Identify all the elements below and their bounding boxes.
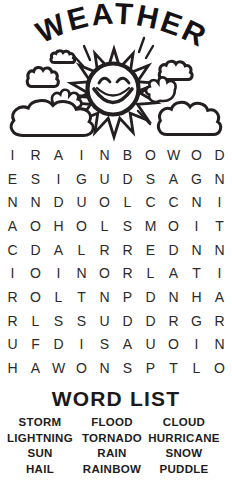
grid-cell[interactable]: N <box>93 285 116 309</box>
grid-cell[interactable]: R <box>116 238 139 262</box>
word-list-item: SNOW <box>148 446 220 462</box>
grid-cell[interactable]: R <box>1 309 24 333</box>
grid-cell[interactable]: I <box>1 262 24 286</box>
word-list-items: STORMFLOODCLOUDLIGHTNINGTORNADOHURRICANE… <box>0 411 232 477</box>
grid-cell[interactable]: O <box>24 262 47 286</box>
grid-cell[interactable]: R <box>24 143 47 167</box>
grid-cell[interactable]: O <box>70 214 93 238</box>
grid-cell[interactable]: O <box>24 285 47 309</box>
grid-cell[interactable]: D <box>116 167 139 191</box>
grid-cell[interactable]: C <box>139 190 162 214</box>
word-list-item: TORNADO <box>76 431 148 447</box>
grid-cell[interactable]: S <box>116 214 139 238</box>
grid-cell[interactable]: U <box>93 167 116 191</box>
grid-cell[interactable]: I <box>208 190 231 214</box>
grid-cell[interactable]: I <box>47 262 70 286</box>
grid-cell[interactable]: D <box>139 309 162 333</box>
grid-cell[interactable]: H <box>47 214 70 238</box>
word-list-item: HAIL <box>4 462 76 478</box>
grid-cell[interactable]: D <box>47 190 70 214</box>
grid-cell[interactable]: N <box>162 285 185 309</box>
grid-cell[interactable]: A <box>208 285 231 309</box>
word-list-item: CLOUD <box>148 415 220 431</box>
grid-cell[interactable]: A <box>162 262 185 286</box>
grid-cell[interactable]: I <box>47 167 70 191</box>
grid-cell[interactable]: E <box>139 238 162 262</box>
grid-cell[interactable]: L <box>185 356 208 380</box>
grid-cell[interactable]: T <box>208 214 231 238</box>
grid-cell[interactable]: I <box>1 143 24 167</box>
grid-cell[interactable]: U <box>70 190 93 214</box>
word-list-item: RAIN <box>76 446 148 462</box>
word-list-item: HURRICANE <box>148 431 220 447</box>
grid-cell[interactable]: O <box>139 143 162 167</box>
grid-cell[interactable]: O <box>208 356 231 380</box>
grid-cell[interactable]: I <box>208 262 231 286</box>
word-list-item: PUDDLE <box>148 462 220 478</box>
grid-cell[interactable]: O <box>93 190 116 214</box>
grid-cell[interactable]: G <box>185 309 208 333</box>
grid-cell[interactable]: I <box>185 333 208 357</box>
grid-cell[interactable]: O <box>185 143 208 167</box>
grid-cell[interactable]: H <box>185 285 208 309</box>
grid-cell[interactable]: S <box>139 167 162 191</box>
grid-cell[interactable]: C <box>1 238 24 262</box>
word-list-item: SUN <box>4 446 76 462</box>
page-title: WEATHER <box>31 0 213 53</box>
grid-cell[interactable]: L <box>139 262 162 286</box>
grid-cell[interactable]: M <box>139 214 162 238</box>
grid-cell[interactable]: P <box>116 285 139 309</box>
grid-cell[interactable]: D <box>139 285 162 309</box>
grid-cell[interactable]: S <box>24 167 47 191</box>
grid-cell[interactable]: O <box>70 356 93 380</box>
grid-cell[interactable]: D <box>208 143 231 167</box>
grid-cell[interactable]: L <box>70 238 93 262</box>
grid-cell[interactable]: L <box>116 190 139 214</box>
grid-cell[interactable]: B <box>116 143 139 167</box>
grid-cell[interactable]: N <box>185 238 208 262</box>
grid-cell[interactable]: N <box>70 262 93 286</box>
grid-cell[interactable]: A <box>24 356 47 380</box>
grid-cell[interactable]: R <box>162 309 185 333</box>
grid-cell[interactable]: S <box>47 309 70 333</box>
word-list-heading: WORD LIST <box>0 387 232 411</box>
grid-cell[interactable]: D <box>24 238 47 262</box>
word-list-item: RAINBOW <box>76 462 148 478</box>
grid-cell[interactable]: R <box>116 262 139 286</box>
grid-cell[interactable]: U <box>1 333 24 357</box>
grid-cell[interactable]: L <box>47 285 70 309</box>
word-list-section: WORD LIST STORMFLOODCLOUDLIGHTNINGTORNAD… <box>0 387 232 477</box>
grid-cell[interactable]: P <box>139 356 162 380</box>
grid-cell[interactable]: G <box>70 167 93 191</box>
grid-cell[interactable]: O <box>162 214 185 238</box>
grid-cell[interactable]: H <box>1 356 24 380</box>
grid-cell[interactable]: D <box>47 333 70 357</box>
grid-cell[interactable]: W <box>47 356 70 380</box>
grid-cell[interactable]: N <box>93 356 116 380</box>
grid-cell[interactable]: S <box>70 309 93 333</box>
grid-cell[interactable]: C <box>162 190 185 214</box>
grid-cell[interactable]: A <box>47 143 70 167</box>
grid-cell[interactable]: N <box>208 167 231 191</box>
grid-cell[interactable]: R <box>93 238 116 262</box>
grid-cell[interactable]: N <box>93 143 116 167</box>
grid-cell[interactable]: T <box>185 262 208 286</box>
grid-cell[interactable]: I <box>70 143 93 167</box>
grid-cell[interactable]: A <box>47 238 70 262</box>
grid-cell[interactable]: A <box>162 167 185 191</box>
grid-cell[interactable]: W <box>162 143 185 167</box>
word-list-item: LIGHTNING <box>4 431 76 447</box>
grid-cell[interactable]: I <box>185 214 208 238</box>
grid-cell[interactable]: F <box>24 333 47 357</box>
grid-cell[interactable]: G <box>185 167 208 191</box>
grid-cell[interactable]: T <box>70 285 93 309</box>
grid-cell[interactable]: I <box>70 333 93 357</box>
grid-cell[interactable]: N <box>185 190 208 214</box>
grid-cell[interactable]: E <box>1 167 24 191</box>
word-search-grid[interactable]: IRAINBOWODESIGUDSAGNNNDUOLCCNIAOHOLSMOIT… <box>1 143 231 380</box>
header-illustration: WEATHER <box>0 0 232 150</box>
grid-cell[interactable]: O <box>93 262 116 286</box>
grid-cell[interactable]: S <box>116 356 139 380</box>
grid-cell[interactable]: U <box>139 333 162 357</box>
grid-cell[interactable]: A <box>1 214 24 238</box>
word-list-item: STORM <box>4 415 76 431</box>
grid-cell[interactable]: R <box>1 285 24 309</box>
word-search-page: WEATHER <box>0 0 232 480</box>
grid-cell[interactable]: U <box>93 309 116 333</box>
grid-cell[interactable]: S <box>93 333 116 357</box>
grid-cell[interactable]: N <box>1 190 24 214</box>
grid-cell[interactable]: L <box>24 309 47 333</box>
grid-cell[interactable]: O <box>162 333 185 357</box>
grid-cell[interactable]: D <box>116 309 139 333</box>
grid-cell[interactable]: A <box>116 333 139 357</box>
grid-cell[interactable]: L <box>93 214 116 238</box>
grid-cell[interactable]: D <box>162 238 185 262</box>
grid-cell[interactable]: O <box>24 214 47 238</box>
word-list-item: FLOOD <box>76 415 148 431</box>
grid-cell[interactable]: T <box>162 356 185 380</box>
grid-cell[interactable]: N <box>24 190 47 214</box>
grid-cell[interactable]: R <box>208 309 231 333</box>
grid-cell[interactable]: N <box>208 333 231 357</box>
grid-cell[interactable]: N <box>208 238 231 262</box>
